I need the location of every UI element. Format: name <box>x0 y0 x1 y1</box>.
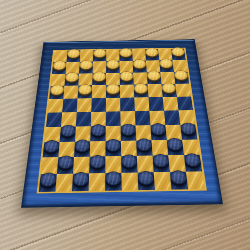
light-piece[interactable] <box>145 48 158 57</box>
square-r10c7[interactable] <box>138 172 155 190</box>
light-piece[interactable] <box>106 60 119 70</box>
square-r7c6[interactable] <box>121 125 137 140</box>
square-r1c8[interactable] <box>145 49 159 60</box>
light-piece[interactable] <box>78 84 92 95</box>
light-piece[interactable] <box>67 49 80 58</box>
square-r8c7[interactable] <box>136 140 152 156</box>
dark-piece[interactable] <box>136 138 152 151</box>
square-r5c4[interactable] <box>91 98 106 112</box>
square-r9c10[interactable] <box>184 155 202 172</box>
dark-piece[interactable] <box>89 155 105 168</box>
square-r4c8[interactable] <box>148 84 163 97</box>
square-r10c6[interactable] <box>121 173 138 191</box>
dark-piece[interactable] <box>57 155 73 168</box>
light-piece[interactable] <box>159 59 173 69</box>
square-r10c5[interactable] <box>105 173 122 191</box>
square-r4c1[interactable] <box>49 86 64 99</box>
light-piece[interactable] <box>161 83 176 93</box>
square-r7c4[interactable] <box>90 126 105 141</box>
square-r9c8[interactable] <box>153 155 170 172</box>
square-r4c3[interactable] <box>78 85 93 98</box>
dark-piece[interactable] <box>184 153 201 166</box>
square-r5c2[interactable] <box>62 99 77 113</box>
square-r4c4[interactable] <box>92 85 106 98</box>
square-r4c6[interactable] <box>120 85 134 98</box>
dark-piece[interactable] <box>170 170 187 184</box>
board-plane <box>21 39 223 207</box>
square-r9c2[interactable] <box>57 157 74 174</box>
square-r6c1[interactable] <box>46 112 62 127</box>
square-r3c2[interactable] <box>64 73 79 86</box>
square-r5c7[interactable] <box>134 97 149 111</box>
square-r7c2[interactable] <box>60 126 76 141</box>
dark-piece[interactable] <box>74 139 90 152</box>
square-r10c10[interactable] <box>186 172 205 190</box>
dark-piece[interactable] <box>167 138 183 151</box>
square-r10c4[interactable] <box>89 173 106 191</box>
square-r4c5[interactable] <box>106 85 120 98</box>
dark-piece[interactable] <box>106 139 121 152</box>
square-r8c5[interactable] <box>105 141 121 157</box>
square-r7c10[interactable] <box>180 124 197 139</box>
square-r9c6[interactable] <box>121 156 137 173</box>
square-r3c10[interactable] <box>174 71 189 84</box>
square-r3c8[interactable] <box>147 72 162 85</box>
light-piece[interactable] <box>65 72 79 82</box>
square-r1c10[interactable] <box>171 49 186 60</box>
dark-piece[interactable] <box>72 172 89 186</box>
light-piece[interactable] <box>92 72 106 82</box>
light-piece[interactable] <box>53 61 67 71</box>
square-r4c10[interactable] <box>175 84 191 97</box>
square-r2c5[interactable] <box>106 61 120 73</box>
square-r8c3[interactable] <box>74 141 90 157</box>
square-r2c7[interactable] <box>133 60 147 72</box>
board-frame <box>21 39 223 207</box>
square-r3c6[interactable] <box>120 72 134 85</box>
square-r1c4[interactable] <box>93 50 106 61</box>
light-piece[interactable] <box>50 85 65 96</box>
dark-piece[interactable] <box>121 124 136 136</box>
square-r5c5[interactable] <box>106 98 121 112</box>
square-r6c3[interactable] <box>76 112 91 126</box>
square-r3c4[interactable] <box>92 73 106 86</box>
square-r10c2[interactable] <box>55 174 73 192</box>
checkers-board <box>16 0 223 208</box>
light-piece[interactable] <box>79 60 92 70</box>
scene <box>0 0 250 250</box>
light-piece[interactable] <box>120 71 134 81</box>
square-r7c8[interactable] <box>150 125 166 140</box>
dark-piece[interactable] <box>138 170 155 184</box>
square-r1c6[interactable] <box>119 49 132 60</box>
dark-piece[interactable] <box>180 123 196 135</box>
dark-piece[interactable] <box>43 140 59 153</box>
square-r5c1[interactable] <box>48 99 64 113</box>
light-piece[interactable] <box>119 48 132 57</box>
dark-piece[interactable] <box>153 154 170 167</box>
light-piece[interactable] <box>93 49 106 58</box>
square-r2c1[interactable] <box>52 62 67 74</box>
square-r4c7[interactable] <box>134 84 149 97</box>
dark-piece[interactable] <box>105 171 121 185</box>
square-r6c7[interactable] <box>135 111 151 125</box>
square-r8c1[interactable] <box>43 142 60 158</box>
light-piece[interactable] <box>147 71 161 81</box>
dark-piece[interactable] <box>91 124 106 136</box>
square-r5c8[interactable] <box>149 97 164 111</box>
light-piece[interactable] <box>174 70 189 80</box>
square-r10c8[interactable] <box>154 172 172 190</box>
square-r5c3[interactable] <box>77 98 92 112</box>
square-r10c3[interactable] <box>72 173 89 191</box>
dark-piece[interactable] <box>121 154 137 167</box>
light-piece[interactable] <box>133 59 147 69</box>
board-grid <box>37 48 207 194</box>
square-r2c9[interactable] <box>159 60 174 72</box>
light-piece[interactable] <box>106 84 120 94</box>
square-r1c2[interactable] <box>67 50 81 61</box>
square-r2c3[interactable] <box>79 61 93 73</box>
light-piece[interactable] <box>134 83 148 93</box>
square-r6c5[interactable] <box>106 111 121 125</box>
square-r5c6[interactable] <box>120 98 135 112</box>
square-r4c2[interactable] <box>63 86 78 99</box>
square-r10c1[interactable] <box>39 174 57 192</box>
dark-piece[interactable] <box>60 125 76 137</box>
square-r9c4[interactable] <box>89 157 105 174</box>
dark-piece[interactable] <box>40 172 57 186</box>
dark-piece[interactable] <box>150 123 166 135</box>
square-r5c10[interactable] <box>177 97 193 111</box>
light-piece[interactable] <box>171 47 185 56</box>
